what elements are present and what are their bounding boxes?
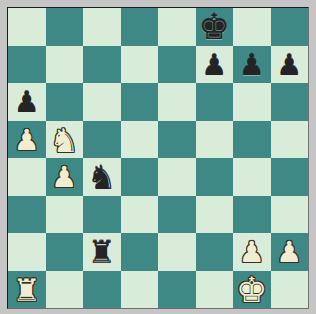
square-e6[interactable]: [158, 83, 196, 121]
square-h8[interactable]: [271, 8, 309, 46]
square-f3[interactable]: [196, 196, 234, 234]
square-c3[interactable]: [83, 196, 121, 234]
piece-black-pawn-a6[interactable]: ♟: [14, 88, 40, 117]
piece-white-pawn-a5[interactable]: ♟: [14, 126, 40, 155]
square-b8[interactable]: [46, 8, 84, 46]
square-e8[interactable]: [158, 8, 196, 46]
square-e5[interactable]: [158, 121, 196, 159]
square-d7[interactable]: [121, 46, 159, 84]
piece-white-knight-b5[interactable]: ♞: [49, 124, 79, 157]
square-h4[interactable]: [271, 158, 309, 196]
square-f1[interactable]: [196, 271, 234, 309]
square-g6[interactable]: [233, 83, 271, 121]
square-g2[interactable]: ♟: [233, 233, 271, 271]
piece-white-rook-a1[interactable]: ♜: [13, 275, 41, 306]
square-e7[interactable]: [158, 46, 196, 84]
square-b2[interactable]: [46, 233, 84, 271]
chess-board: ♚♟♟♟♟♟♞♟♞♜♟♟♜♚: [8, 8, 308, 308]
square-f5[interactable]: [196, 121, 234, 159]
square-b6[interactable]: [46, 83, 84, 121]
square-a2[interactable]: [8, 233, 46, 271]
square-e2[interactable]: [158, 233, 196, 271]
square-b1[interactable]: [46, 271, 84, 309]
square-c4[interactable]: ♞: [83, 158, 121, 196]
piece-white-pawn-b4[interactable]: ♟: [51, 163, 77, 192]
square-g5[interactable]: [233, 121, 271, 159]
piece-white-king-g1[interactable]: ♚: [236, 273, 267, 308]
board-frame: ♚♟♟♟♟♟♞♟♞♜♟♟♜♚: [7, 7, 309, 309]
piece-black-knight-c4[interactable]: ♞: [87, 161, 117, 194]
square-d3[interactable]: [121, 196, 159, 234]
square-c6[interactable]: [83, 83, 121, 121]
square-e4[interactable]: [158, 158, 196, 196]
square-d4[interactable]: [121, 158, 159, 196]
square-f7[interactable]: ♟: [196, 46, 234, 84]
piece-black-pawn-g7[interactable]: ♟: [239, 51, 265, 80]
square-b7[interactable]: [46, 46, 84, 84]
piece-black-pawn-f7[interactable]: ♟: [201, 51, 227, 80]
square-e1[interactable]: [158, 271, 196, 309]
square-b4[interactable]: ♟: [46, 158, 84, 196]
square-d8[interactable]: [121, 8, 159, 46]
piece-black-pawn-h7[interactable]: ♟: [276, 51, 302, 80]
square-g7[interactable]: ♟: [233, 46, 271, 84]
piece-black-king-f8[interactable]: ♚: [199, 10, 230, 45]
square-f6[interactable]: [196, 83, 234, 121]
square-h5[interactable]: [271, 121, 309, 159]
square-e3[interactable]: [158, 196, 196, 234]
square-b3[interactable]: [46, 196, 84, 234]
piece-white-pawn-h2[interactable]: ♟: [276, 238, 302, 267]
square-c7[interactable]: [83, 46, 121, 84]
square-g8[interactable]: [233, 8, 271, 46]
square-g4[interactable]: [233, 158, 271, 196]
square-d1[interactable]: [121, 271, 159, 309]
square-c1[interactable]: [83, 271, 121, 309]
square-c5[interactable]: [83, 121, 121, 159]
square-a7[interactable]: [8, 46, 46, 84]
square-g3[interactable]: [233, 196, 271, 234]
square-h3[interactable]: [271, 196, 309, 234]
square-a8[interactable]: [8, 8, 46, 46]
square-d6[interactable]: [121, 83, 159, 121]
square-d2[interactable]: [121, 233, 159, 271]
square-c2[interactable]: ♜: [83, 233, 121, 271]
square-f4[interactable]: [196, 158, 234, 196]
square-a6[interactable]: ♟: [8, 83, 46, 121]
piece-black-rook-c2[interactable]: ♜: [88, 237, 116, 268]
square-h6[interactable]: [271, 83, 309, 121]
square-h1[interactable]: [271, 271, 309, 309]
square-d5[interactable]: [121, 121, 159, 159]
square-h7[interactable]: ♟: [271, 46, 309, 84]
square-b5[interactable]: ♞: [46, 121, 84, 159]
square-c8[interactable]: [83, 8, 121, 46]
square-a1[interactable]: ♜: [8, 271, 46, 309]
piece-white-pawn-g2[interactable]: ♟: [239, 238, 265, 267]
square-a3[interactable]: [8, 196, 46, 234]
square-f2[interactable]: [196, 233, 234, 271]
square-a5[interactable]: ♟: [8, 121, 46, 159]
square-a4[interactable]: [8, 158, 46, 196]
square-h2[interactable]: ♟: [271, 233, 309, 271]
square-g1[interactable]: ♚: [233, 271, 271, 309]
square-f8[interactable]: ♚: [196, 8, 234, 46]
